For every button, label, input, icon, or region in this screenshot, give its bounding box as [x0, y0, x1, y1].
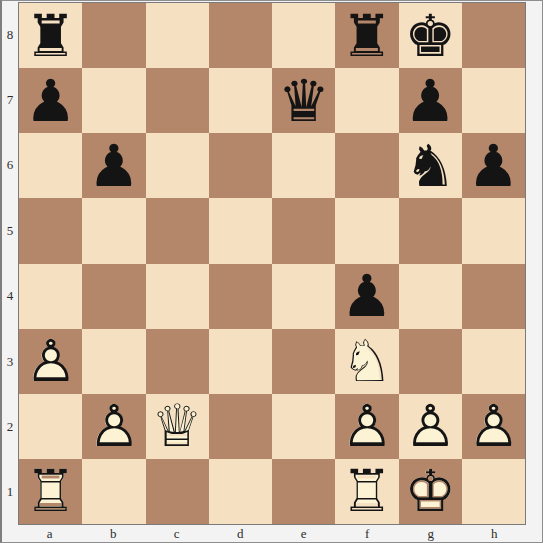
white-pawn[interactable]: ♟♙ [467, 397, 519, 455]
square-c4[interactable] [146, 264, 209, 329]
square-e6[interactable] [272, 133, 335, 198]
rank-label-4: 4 [2, 264, 18, 329]
square-a6[interactable] [19, 133, 82, 198]
square-b8[interactable] [82, 3, 145, 68]
square-d4[interactable] [209, 264, 272, 329]
square-g3[interactable] [399, 329, 462, 394]
white-rook[interactable]: ♜♖ [25, 462, 77, 520]
white-queen[interactable]: ♛♕ [151, 397, 203, 455]
chess-board-screenshot: 87654321 ♜♜♚♟♛♟♟♞♟♟♟♙♞♘♟♙♛♕♟♙♟♙♟♙♜♖♜♖♚♔ … [0, 0, 543, 543]
square-d8[interactable] [209, 3, 272, 68]
square-b6[interactable]: ♟ [82, 133, 145, 198]
square-c6[interactable] [146, 133, 209, 198]
square-a3[interactable]: ♟♙ [19, 329, 82, 394]
file-labels: abcdefgh [18, 525, 526, 542]
piece-glyph-outline: ♖ [341, 459, 393, 524]
black-pawn[interactable]: ♟ [467, 137, 519, 195]
file-label-b: b [82, 525, 146, 542]
square-a2[interactable] [19, 394, 82, 459]
square-h5[interactable] [462, 198, 525, 263]
square-h8[interactable] [462, 3, 525, 68]
square-h1[interactable] [462, 459, 525, 524]
square-e5[interactable] [272, 198, 335, 263]
piece-glyph: ♜ [25, 3, 77, 68]
chess-board: ♜♜♚♟♛♟♟♞♟♟♟♙♞♘♟♙♛♕♟♙♟♙♟♙♜♖♜♖♚♔ [18, 2, 526, 525]
white-king[interactable]: ♚♔ [404, 462, 456, 520]
square-e7[interactable]: ♛ [272, 68, 335, 133]
piece-glyph: ♟ [467, 133, 519, 198]
square-c5[interactable] [146, 198, 209, 263]
square-f3[interactable]: ♞♘ [335, 329, 398, 394]
piece-glyph: ♞ [404, 133, 456, 198]
black-queen[interactable]: ♛ [278, 72, 330, 130]
piece-glyph: ♛ [278, 68, 330, 133]
piece-glyph-outline: ♙ [88, 394, 140, 459]
rank-label-7: 7 [2, 67, 18, 132]
rank-label-6: 6 [2, 133, 18, 198]
square-a5[interactable] [19, 198, 82, 263]
square-f1[interactable]: ♜♖ [335, 459, 398, 524]
square-b7[interactable] [82, 68, 145, 133]
square-e4[interactable] [272, 264, 335, 329]
white-pawn[interactable]: ♟♙ [25, 332, 77, 390]
rank-label-5: 5 [2, 198, 18, 263]
square-e3[interactable] [272, 329, 335, 394]
square-h6[interactable]: ♟ [462, 133, 525, 198]
black-rook[interactable]: ♜ [341, 7, 393, 65]
piece-glyph-outline: ♙ [341, 394, 393, 459]
square-f5[interactable] [335, 198, 398, 263]
square-c7[interactable] [146, 68, 209, 133]
rank-label-3: 3 [2, 329, 18, 394]
square-a8[interactable]: ♜ [19, 3, 82, 68]
black-knight[interactable]: ♞ [404, 137, 456, 195]
black-king[interactable]: ♚ [404, 7, 456, 65]
square-d3[interactable] [209, 329, 272, 394]
rank-labels: 87654321 [2, 2, 18, 525]
piece-glyph: ♟ [25, 68, 77, 133]
square-g1[interactable]: ♚♔ [399, 459, 462, 524]
piece-glyph-outline: ♙ [467, 394, 519, 459]
white-knight[interactable]: ♞♘ [341, 332, 393, 390]
file-label-h: h [463, 525, 527, 542]
square-a4[interactable] [19, 264, 82, 329]
square-h2[interactable]: ♟♙ [462, 394, 525, 459]
square-f4[interactable]: ♟ [335, 264, 398, 329]
square-g8[interactable]: ♚ [399, 3, 462, 68]
square-f7[interactable] [335, 68, 398, 133]
square-e1[interactable] [272, 459, 335, 524]
file-label-d: d [209, 525, 273, 542]
square-h7[interactable] [462, 68, 525, 133]
piece-glyph-outline: ♙ [25, 329, 77, 394]
square-c8[interactable] [146, 3, 209, 68]
rank-label-1: 1 [2, 460, 18, 525]
square-f2[interactable]: ♟♙ [335, 394, 398, 459]
rank-label-8: 8 [2, 2, 18, 67]
black-rook[interactable]: ♜ [25, 7, 77, 65]
white-pawn[interactable]: ♟♙ [404, 397, 456, 455]
square-d7[interactable] [209, 68, 272, 133]
square-b1[interactable] [82, 459, 145, 524]
square-c1[interactable] [146, 459, 209, 524]
rank-label-2: 2 [2, 394, 18, 459]
black-pawn[interactable]: ♟ [88, 137, 140, 195]
square-a1[interactable]: ♜♖ [19, 459, 82, 524]
square-g6[interactable]: ♞ [399, 133, 462, 198]
white-pawn[interactable]: ♟♙ [341, 397, 393, 455]
square-d1[interactable] [209, 459, 272, 524]
square-d2[interactable] [209, 394, 272, 459]
file-label-f: f [336, 525, 400, 542]
file-label-e: e [272, 525, 336, 542]
white-rook[interactable]: ♜♖ [341, 462, 393, 520]
piece-glyph: ♟ [404, 68, 456, 133]
piece-glyph: ♜ [341, 3, 393, 68]
square-a7[interactable]: ♟ [19, 68, 82, 133]
square-h4[interactable] [462, 264, 525, 329]
square-g7[interactable]: ♟ [399, 68, 462, 133]
white-pawn[interactable]: ♟♙ [88, 397, 140, 455]
piece-glyph-outline: ♙ [404, 394, 456, 459]
square-d5[interactable] [209, 198, 272, 263]
piece-glyph-outline: ♕ [151, 394, 203, 459]
piece-glyph-outline: ♖ [25, 459, 77, 524]
piece-glyph-outline: ♘ [341, 329, 393, 394]
black-pawn[interactable]: ♟ [404, 72, 456, 130]
black-pawn[interactable]: ♟ [25, 72, 77, 130]
square-b3[interactable] [82, 329, 145, 394]
square-g4[interactable] [399, 264, 462, 329]
file-label-a: a [18, 525, 82, 542]
piece-glyph: ♟ [341, 264, 393, 329]
square-c2[interactable]: ♛♕ [146, 394, 209, 459]
square-g5[interactable] [399, 198, 462, 263]
piece-glyph: ♟ [88, 133, 140, 198]
file-label-c: c [145, 525, 209, 542]
square-b5[interactable] [82, 198, 145, 263]
square-f8[interactable]: ♜ [335, 3, 398, 68]
square-f6[interactable] [335, 133, 398, 198]
square-c3[interactable] [146, 329, 209, 394]
square-b2[interactable]: ♟♙ [82, 394, 145, 459]
square-e8[interactable] [272, 3, 335, 68]
square-g2[interactable]: ♟♙ [399, 394, 462, 459]
piece-glyph-outline: ♔ [404, 459, 456, 524]
square-d6[interactable] [209, 133, 272, 198]
piece-glyph: ♚ [404, 3, 456, 68]
file-label-g: g [399, 525, 463, 542]
black-pawn[interactable]: ♟ [341, 267, 393, 325]
square-h3[interactable] [462, 329, 525, 394]
square-e2[interactable] [272, 394, 335, 459]
square-b4[interactable] [82, 264, 145, 329]
